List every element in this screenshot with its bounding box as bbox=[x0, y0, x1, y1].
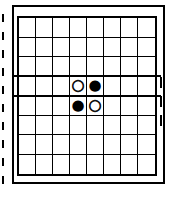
cell-h3[interactable] bbox=[138, 57, 155, 77]
cell-b4[interactable] bbox=[36, 77, 53, 97]
cell-h7[interactable] bbox=[138, 135, 155, 155]
cell-a3[interactable] bbox=[19, 57, 36, 77]
cell-f4[interactable] bbox=[104, 77, 121, 97]
cell-g4[interactable] bbox=[121, 77, 138, 97]
cell-b3[interactable] bbox=[36, 57, 53, 77]
cell-h6[interactable] bbox=[138, 116, 155, 136]
cell-g1[interactable] bbox=[121, 18, 138, 38]
cell-e4[interactable]: ● bbox=[87, 77, 104, 97]
cell-e8[interactable] bbox=[87, 155, 104, 175]
cell-f1[interactable] bbox=[104, 18, 121, 38]
cell-a4[interactable] bbox=[19, 77, 36, 97]
cell-c6[interactable] bbox=[53, 116, 70, 136]
cell-b2[interactable] bbox=[36, 38, 53, 58]
cell-c8[interactable] bbox=[53, 155, 70, 175]
cell-a2[interactable] bbox=[19, 38, 36, 58]
white-disc: ○ bbox=[88, 98, 101, 113]
cell-d7[interactable] bbox=[70, 135, 87, 155]
cell-c4[interactable] bbox=[53, 77, 70, 97]
cell-g3[interactable] bbox=[121, 57, 138, 77]
cell-h2[interactable] bbox=[138, 38, 155, 58]
cell-g2[interactable] bbox=[121, 38, 138, 58]
cell-f8[interactable] bbox=[104, 155, 121, 175]
black-disc: ● bbox=[88, 78, 101, 93]
cell-d5[interactable]: ● bbox=[70, 96, 87, 116]
cell-a6[interactable] bbox=[19, 116, 36, 136]
cell-f5[interactable] bbox=[104, 96, 121, 116]
cell-f6[interactable] bbox=[104, 116, 121, 136]
cell-e6[interactable] bbox=[87, 116, 104, 136]
cell-b1[interactable] bbox=[36, 18, 53, 38]
cell-d4[interactable]: ○ bbox=[70, 77, 87, 97]
middle-divider-upper bbox=[13, 75, 161, 77]
cell-d1[interactable] bbox=[70, 18, 87, 38]
cell-b8[interactable] bbox=[36, 155, 53, 175]
cell-a7[interactable] bbox=[19, 135, 36, 155]
cell-e3[interactable] bbox=[87, 57, 104, 77]
cell-c1[interactable] bbox=[53, 18, 70, 38]
black-disc: ● bbox=[71, 98, 84, 113]
cell-g5[interactable] bbox=[121, 96, 138, 116]
cell-e7[interactable] bbox=[87, 135, 104, 155]
cell-e1[interactable] bbox=[87, 18, 104, 38]
cell-h4[interactable] bbox=[138, 77, 155, 97]
othello-diagram: ○●●○ bbox=[0, 0, 171, 200]
cell-g6[interactable] bbox=[121, 116, 138, 136]
cell-f2[interactable] bbox=[104, 38, 121, 58]
cell-b5[interactable] bbox=[36, 96, 53, 116]
cell-f3[interactable] bbox=[104, 57, 121, 77]
cell-d6[interactable] bbox=[70, 116, 87, 136]
cell-a1[interactable] bbox=[19, 18, 36, 38]
middle-divider-lower bbox=[13, 95, 161, 97]
cell-d2[interactable] bbox=[70, 38, 87, 58]
cell-g7[interactable] bbox=[121, 135, 138, 155]
cell-h5[interactable] bbox=[138, 96, 155, 116]
white-disc: ○ bbox=[71, 78, 84, 93]
cell-e5[interactable]: ○ bbox=[87, 96, 104, 116]
cell-g8[interactable] bbox=[121, 155, 138, 175]
cell-a8[interactable] bbox=[19, 155, 36, 175]
cell-d3[interactable] bbox=[70, 57, 87, 77]
right-gap-dashes bbox=[160, 77, 162, 129]
cell-b7[interactable] bbox=[36, 135, 53, 155]
cell-b6[interactable] bbox=[36, 116, 53, 136]
cell-c5[interactable] bbox=[53, 96, 70, 116]
cell-h8[interactable] bbox=[138, 155, 155, 175]
cell-a5[interactable] bbox=[19, 96, 36, 116]
cell-c3[interactable] bbox=[53, 57, 70, 77]
cell-c2[interactable] bbox=[53, 38, 70, 58]
cell-c7[interactable] bbox=[53, 135, 70, 155]
cell-f7[interactable] bbox=[104, 135, 121, 155]
cell-d8[interactable] bbox=[70, 155, 87, 175]
cell-e2[interactable] bbox=[87, 38, 104, 58]
cell-h1[interactable] bbox=[138, 18, 155, 38]
left-tick-marks bbox=[2, 14, 4, 192]
